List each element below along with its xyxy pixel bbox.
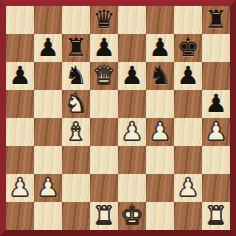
square-b7[interactable]: ♟	[34, 34, 62, 62]
square-a5[interactable]	[6, 90, 34, 118]
square-a1[interactable]	[6, 202, 34, 230]
square-h2[interactable]	[202, 174, 230, 202]
black-rook[interactable]: ♜	[65, 34, 87, 62]
white-rook[interactable]: ♜	[205, 202, 227, 230]
chess-board-frame: ♛♜♟♜♟♟♚♟♞♛♟♞♟♞♟♝♟♟♟♟♟♟♜♚♜	[0, 0, 236, 236]
square-d2[interactable]	[90, 174, 118, 202]
square-c6[interactable]: ♞	[62, 62, 90, 90]
square-h8[interactable]: ♜	[202, 6, 230, 34]
square-h7[interactable]	[202, 34, 230, 62]
square-c5[interactable]: ♞	[62, 90, 90, 118]
square-b5[interactable]	[34, 90, 62, 118]
chess-board: ♛♜♟♜♟♟♚♟♞♛♟♞♟♞♟♝♟♟♟♟♟♟♜♚♜	[6, 6, 230, 230]
square-d4[interactable]	[90, 118, 118, 146]
square-c7[interactable]: ♜	[62, 34, 90, 62]
square-f7[interactable]: ♟	[146, 34, 174, 62]
square-g6[interactable]: ♟	[174, 62, 202, 90]
square-f2[interactable]	[146, 174, 174, 202]
square-f1[interactable]	[146, 202, 174, 230]
square-f4[interactable]: ♟	[146, 118, 174, 146]
black-pawn[interactable]: ♟	[205, 90, 227, 118]
white-pawn[interactable]: ♟	[121, 118, 143, 146]
square-a3[interactable]	[6, 146, 34, 174]
white-pawn[interactable]: ♟	[177, 174, 199, 202]
square-b2[interactable]: ♟	[34, 174, 62, 202]
black-queen[interactable]: ♛	[93, 6, 115, 34]
square-f3[interactable]	[146, 146, 174, 174]
square-c2[interactable]	[62, 174, 90, 202]
black-king[interactable]: ♚	[177, 34, 199, 62]
square-h5[interactable]: ♟	[202, 90, 230, 118]
white-pawn[interactable]: ♟	[9, 174, 31, 202]
square-g8[interactable]	[174, 6, 202, 34]
square-e5[interactable]	[118, 90, 146, 118]
square-e1[interactable]: ♚	[118, 202, 146, 230]
square-b1[interactable]	[34, 202, 62, 230]
square-d6[interactable]: ♛	[90, 62, 118, 90]
square-g4[interactable]	[174, 118, 202, 146]
square-g3[interactable]	[174, 146, 202, 174]
square-f5[interactable]	[146, 90, 174, 118]
square-c1[interactable]	[62, 202, 90, 230]
black-pawn[interactable]: ♟	[121, 62, 143, 90]
square-a7[interactable]	[6, 34, 34, 62]
white-queen[interactable]: ♛	[93, 62, 115, 90]
white-pawn[interactable]: ♟	[205, 118, 227, 146]
square-e3[interactable]	[118, 146, 146, 174]
black-pawn[interactable]: ♟	[177, 62, 199, 90]
square-e8[interactable]	[118, 6, 146, 34]
square-b6[interactable]	[34, 62, 62, 90]
black-rook[interactable]: ♜	[205, 6, 227, 34]
square-c4[interactable]: ♝	[62, 118, 90, 146]
square-e4[interactable]: ♟	[118, 118, 146, 146]
square-h1[interactable]: ♜	[202, 202, 230, 230]
square-d1[interactable]: ♜	[90, 202, 118, 230]
square-a4[interactable]	[6, 118, 34, 146]
square-b3[interactable]	[34, 146, 62, 174]
white-rook[interactable]: ♜	[93, 202, 115, 230]
square-c8[interactable]	[62, 6, 90, 34]
white-pawn[interactable]: ♟	[149, 118, 171, 146]
square-g5[interactable]	[174, 90, 202, 118]
square-b4[interactable]	[34, 118, 62, 146]
square-e7[interactable]	[118, 34, 146, 62]
square-c3[interactable]	[62, 146, 90, 174]
square-h3[interactable]	[202, 146, 230, 174]
square-a8[interactable]	[6, 6, 34, 34]
black-pawn[interactable]: ♟	[93, 34, 115, 62]
square-f8[interactable]	[146, 6, 174, 34]
black-knight[interactable]: ♞	[149, 62, 171, 90]
square-e2[interactable]	[118, 174, 146, 202]
square-e6[interactable]: ♟	[118, 62, 146, 90]
square-d3[interactable]	[90, 146, 118, 174]
white-king[interactable]: ♚	[121, 202, 143, 230]
square-g1[interactable]	[174, 202, 202, 230]
white-bishop[interactable]: ♝	[65, 118, 87, 146]
square-g7[interactable]: ♚	[174, 34, 202, 62]
square-h4[interactable]: ♟	[202, 118, 230, 146]
white-knight[interactable]: ♞	[65, 90, 87, 118]
square-d7[interactable]: ♟	[90, 34, 118, 62]
square-g2[interactable]: ♟	[174, 174, 202, 202]
square-a2[interactable]: ♟	[6, 174, 34, 202]
black-knight[interactable]: ♞	[65, 62, 87, 90]
black-pawn[interactable]: ♟	[9, 62, 31, 90]
square-f6[interactable]: ♞	[146, 62, 174, 90]
black-pawn[interactable]: ♟	[37, 34, 59, 62]
black-pawn[interactable]: ♟	[149, 34, 171, 62]
white-pawn[interactable]: ♟	[37, 174, 59, 202]
square-b8[interactable]	[34, 6, 62, 34]
square-h6[interactable]	[202, 62, 230, 90]
square-d8[interactable]: ♛	[90, 6, 118, 34]
square-d5[interactable]	[90, 90, 118, 118]
square-a6[interactable]: ♟	[6, 62, 34, 90]
